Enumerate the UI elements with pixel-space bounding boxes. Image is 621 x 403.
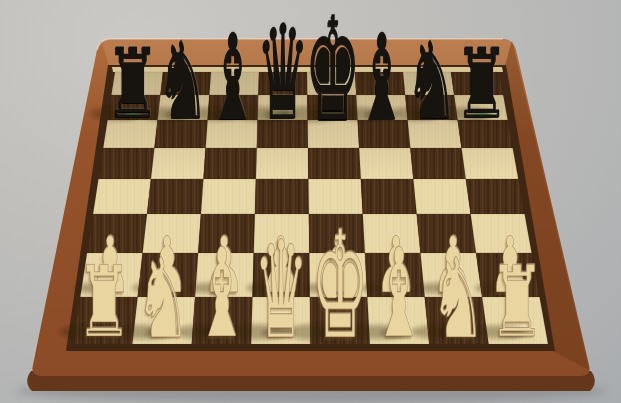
piece-white-bishop-c1[interactable]: ♝ [196,233,249,356]
piece-black-knight-g7[interactable]: ♞ [406,28,459,136]
piece-white-knight-g1[interactable]: ♞ [430,243,485,354]
piece-white-queen-d1[interactable]: ♛ [254,223,308,358]
piece-black-bishop-c7[interactable]: ♝ [207,18,258,138]
piece-black-rook-a7[interactable]: ♜ [106,37,160,134]
piece-white-bishop-f1[interactable]: ♝ [373,233,426,356]
piece-black-queen-d7[interactable]: ♛ [256,8,309,139]
piece-white-king-e1[interactable]: ♚ [311,212,369,360]
piece-black-king-e7[interactable]: ♚ [304,0,360,141]
piece-white-rook-h1[interactable]: ♜ [489,253,545,352]
piece-black-knight-b7[interactable]: ♞ [156,28,209,136]
piece-white-knight-b1[interactable]: ♞ [135,243,190,354]
scene: ♜♞♝♛♚♝♞♜♟♟♟♟♟♟♟♟♜♞♝♛♚♝♞♜ [0,0,621,403]
piece-black-bishop-f7[interactable]: ♝ [357,18,408,138]
piece-white-rook-a1[interactable]: ♜ [76,253,132,352]
piece-black-rook-h7[interactable]: ♜ [455,37,509,134]
